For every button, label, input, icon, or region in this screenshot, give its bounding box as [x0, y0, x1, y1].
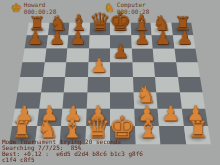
- square-g6[interactable]: [153, 48, 176, 62]
- square-g5[interactable]: [154, 62, 178, 77]
- square-h4[interactable]: [178, 77, 203, 92]
- square-d5[interactable]: ♟: [88, 62, 111, 77]
- square-e6[interactable]: ♟: [110, 48, 132, 62]
- square-g2[interactable]: ♟: [158, 109, 184, 126]
- square-a4[interactable]: [18, 77, 43, 92]
- piece-black-pawn-e6[interactable]: ♟: [113, 42, 130, 60]
- square-c5[interactable]: [65, 62, 88, 77]
- piece-white-pawn-g2[interactable]: ♟: [162, 103, 180, 124]
- piece-black-pawn-g7[interactable]: ♟: [155, 29, 171, 47]
- square-e4[interactable]: [110, 77, 133, 92]
- square-c6[interactable]: [66, 48, 88, 62]
- square-h6[interactable]: [174, 48, 198, 62]
- piece-black-pawn-b7[interactable]: ♟: [49, 29, 65, 47]
- chess-board: ♜♞♝♛♚♝♞♜♟♟♟♟♟♟♟♟♞♟♟♟♟♟♟♟♜♞♝♛♚♝♜: [9, 23, 211, 145]
- engine-status: Mode Tournament trying 20 seconds Search…: [2, 139, 218, 163]
- square-g7[interactable]: ♟: [152, 35, 174, 48]
- status-pv-line: c1f4 c8f5: [2, 157, 218, 163]
- piece-black-queen-d8[interactable]: ♛: [89, 10, 111, 34]
- square-f7[interactable]: ♟: [131, 35, 153, 48]
- square-e8[interactable]: ♚: [110, 23, 131, 36]
- square-d4[interactable]: [87, 77, 110, 92]
- square-b4[interactable]: [41, 77, 65, 92]
- square-b6[interactable]: [44, 48, 67, 62]
- square-d7[interactable]: [89, 35, 110, 48]
- piece-black-pawn-f7[interactable]: ♟: [134, 29, 150, 47]
- square-d8[interactable]: ♛: [89, 23, 110, 36]
- square-a7[interactable]: ♟: [25, 35, 48, 48]
- piece-black-pawn-h7[interactable]: ♟: [176, 29, 192, 47]
- square-b5[interactable]: [43, 62, 67, 77]
- piece-black-pawn-c7[interactable]: ♟: [70, 29, 86, 47]
- square-g4[interactable]: [155, 77, 179, 92]
- square-h5[interactable]: [176, 62, 200, 77]
- piece-black-pawn-a7[interactable]: ♟: [27, 29, 43, 47]
- square-e3[interactable]: [110, 92, 134, 108]
- square-a6[interactable]: [22, 48, 46, 62]
- square-a5[interactable]: [20, 62, 44, 77]
- square-h7[interactable]: ♟: [172, 35, 195, 48]
- piece-black-king-e8[interactable]: ♚: [109, 9, 131, 34]
- piece-white-pawn-d5[interactable]: ♟: [90, 56, 107, 75]
- square-b7[interactable]: ♟: [46, 35, 68, 48]
- square-f6[interactable]: [131, 48, 153, 62]
- square-f5[interactable]: [132, 62, 155, 77]
- square-c7[interactable]: ♟: [67, 35, 89, 48]
- square-e5[interactable]: [110, 62, 133, 77]
- square-c4[interactable]: [64, 77, 88, 92]
